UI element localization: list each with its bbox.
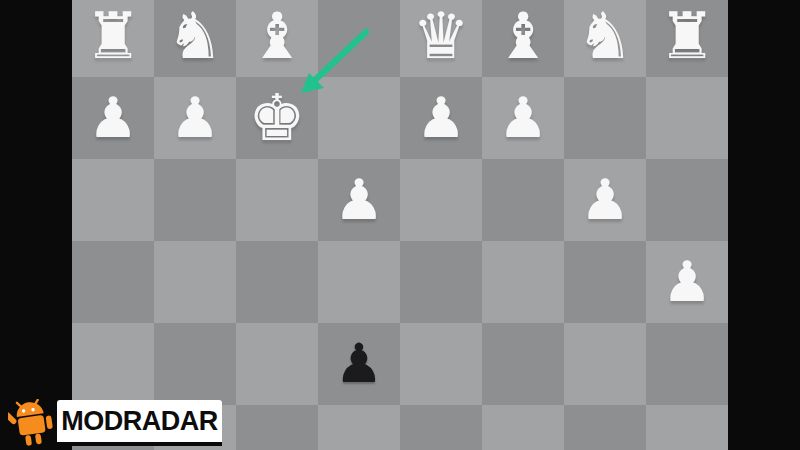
- square-a1[interactable]: ♜: [646, 0, 728, 77]
- left-letterbox: [0, 0, 72, 450]
- square-c5[interactable]: [482, 323, 564, 405]
- android-robot-icon: [8, 399, 56, 449]
- white-pawn[interactable]: ♟: [88, 90, 138, 146]
- square-c6[interactable]: [482, 405, 564, 450]
- square-d4[interactable]: [400, 241, 482, 323]
- square-f6[interactable]: [236, 405, 318, 450]
- square-a4[interactable]: ♟: [646, 241, 728, 323]
- square-c2[interactable]: ♟: [482, 77, 564, 159]
- square-b2[interactable]: [564, 77, 646, 159]
- white-queen[interactable]: ♛: [412, 4, 469, 68]
- square-d5[interactable]: [400, 323, 482, 405]
- white-pawn[interactable]: ♟: [580, 172, 630, 228]
- square-e4[interactable]: [318, 241, 400, 323]
- watermark-text: MODRADAR: [61, 405, 217, 438]
- white-rook[interactable]: ♜: [84, 4, 141, 68]
- square-f4[interactable]: [236, 241, 318, 323]
- square-g3[interactable]: [154, 159, 236, 241]
- square-c3[interactable]: [482, 159, 564, 241]
- square-g5[interactable]: [154, 323, 236, 405]
- square-f5[interactable]: [236, 323, 318, 405]
- square-f1[interactable]: ♝: [236, 0, 318, 77]
- square-b1[interactable]: ♞: [564, 0, 646, 77]
- square-d3[interactable]: [400, 159, 482, 241]
- square-e1[interactable]: [318, 0, 400, 77]
- square-f2[interactable]: ♚: [236, 77, 318, 159]
- square-a5[interactable]: [646, 323, 728, 405]
- square-a6[interactable]: [646, 405, 728, 450]
- square-g2[interactable]: ♟: [154, 77, 236, 159]
- white-king[interactable]: ♚: [248, 86, 305, 150]
- square-b4[interactable]: [564, 241, 646, 323]
- square-d6[interactable]: [400, 405, 482, 450]
- square-e5[interactable]: ♟: [318, 323, 400, 405]
- square-g4[interactable]: [154, 241, 236, 323]
- white-pawn[interactable]: ♟: [416, 90, 466, 146]
- square-a2[interactable]: [646, 77, 728, 159]
- square-h3[interactable]: [72, 159, 154, 241]
- square-e3[interactable]: ♟: [318, 159, 400, 241]
- white-pawn[interactable]: ♟: [334, 172, 384, 228]
- square-d1[interactable]: ♛: [400, 0, 482, 77]
- square-e6[interactable]: [318, 405, 400, 450]
- square-h5[interactable]: [72, 323, 154, 405]
- square-b6[interactable]: [564, 405, 646, 450]
- white-knight[interactable]: ♞: [576, 4, 633, 68]
- square-f3[interactable]: [236, 159, 318, 241]
- modradar-watermark: MODRADAR: [0, 395, 240, 450]
- square-b3[interactable]: ♟: [564, 159, 646, 241]
- black-pawn[interactable]: ♟: [335, 337, 383, 391]
- white-pawn[interactable]: ♟: [662, 254, 712, 310]
- square-b5[interactable]: [564, 323, 646, 405]
- square-g1[interactable]: ♞: [154, 0, 236, 77]
- right-letterbox: [728, 0, 800, 450]
- square-d2[interactable]: ♟: [400, 77, 482, 159]
- watermark-box: MODRADAR: [57, 400, 222, 446]
- white-knight[interactable]: ♞: [166, 4, 223, 68]
- square-a3[interactable]: [646, 159, 728, 241]
- white-pawn[interactable]: ♟: [498, 90, 548, 146]
- white-rook[interactable]: ♜: [658, 4, 715, 68]
- square-h2[interactable]: ♟: [72, 77, 154, 159]
- square-c1[interactable]: ♝: [482, 0, 564, 77]
- white-pawn[interactable]: ♟: [170, 90, 220, 146]
- white-bishop[interactable]: ♝: [494, 4, 551, 68]
- chess-board: ♜♞♝♛♝♞♜♟♟♚♟♟♟♟♟♟: [72, 0, 728, 450]
- square-h1[interactable]: ♜: [72, 0, 154, 77]
- white-bishop[interactable]: ♝: [248, 4, 305, 68]
- square-c4[interactable]: [482, 241, 564, 323]
- square-e2[interactable]: [318, 77, 400, 159]
- square-h4[interactable]: [72, 241, 154, 323]
